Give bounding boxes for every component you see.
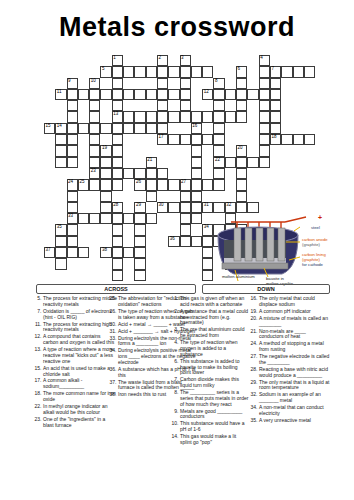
grid-cell[interactable]: [281, 66, 292, 77]
grid-cell[interactable]: [259, 111, 270, 122]
grid-cell[interactable]: [180, 134, 191, 145]
molten-aluminium-layer: [224, 258, 286, 263]
grid-cell[interactable]: [293, 66, 304, 77]
clue-item: 22.In methyl orange indicator an alkali …: [33, 404, 117, 416]
grid-cell[interactable]: [157, 168, 168, 179]
grid-cell[interactable]: [270, 123, 281, 134]
grid-block: [55, 202, 66, 213]
grid-block: [157, 270, 168, 281]
grid-cell[interactable]: [180, 202, 191, 213]
grid-block: [236, 55, 247, 66]
grid-cell[interactable]: 17: [157, 134, 168, 145]
grid-cell[interactable]: [180, 191, 191, 202]
grid-cell[interactable]: [180, 224, 191, 235]
grid-cell[interactable]: [191, 111, 202, 122]
grid-cell[interactable]: [236, 100, 247, 111]
grid-cell[interactable]: [259, 145, 270, 156]
grid-cell[interactable]: [100, 168, 111, 179]
grid-cell[interactable]: 35: [55, 224, 66, 235]
grid-block: [180, 247, 191, 258]
grid-cell[interactable]: 2: [157, 55, 168, 66]
grid-cell[interactable]: [112, 100, 123, 111]
clue-item-text: An acid that is used to make a chloride …: [43, 366, 117, 378]
grid-cell[interactable]: [134, 224, 145, 235]
grid-block: [247, 55, 258, 66]
grid-cell[interactable]: [100, 202, 111, 213]
grid-cell[interactable]: 26: [134, 179, 145, 190]
grid-block: [100, 78, 111, 89]
clue-item-number: 3.: [170, 327, 180, 339]
grid-cell[interactable]: [100, 123, 111, 134]
grid-cell[interactable]: [168, 111, 179, 122]
grid-cell[interactable]: [270, 89, 281, 100]
grid-block: [202, 123, 213, 134]
grid-cell[interactable]: [236, 179, 247, 190]
grid-cell[interactable]: 38: [100, 247, 111, 258]
grid-cell[interactable]: [191, 179, 202, 190]
clue-item-text: Carbon dioxide makes this liquid turn mi…: [180, 377, 249, 389]
grid-cell[interactable]: 10: [89, 78, 100, 89]
grid-block: [247, 66, 258, 77]
grid-cell[interactable]: [112, 179, 123, 190]
grid-cell[interactable]: 11: [55, 89, 66, 100]
grid-cell[interactable]: [112, 78, 123, 89]
grid-cell[interactable]: [112, 134, 123, 145]
grid-cell[interactable]: 29: [134, 202, 145, 213]
grid-cell[interactable]: [55, 134, 66, 145]
clue-item: 3.The ore that aluminium could be extrac…: [170, 327, 249, 339]
grid-cell[interactable]: [157, 123, 168, 134]
grid-cell[interactable]: [191, 134, 202, 145]
grid-block: [100, 100, 111, 111]
grid-cell[interactable]: [259, 134, 270, 145]
grid-cell[interactable]: [168, 179, 179, 190]
grid-cell[interactable]: [89, 213, 100, 224]
grid-cell[interactable]: [236, 191, 247, 202]
grid-block: [293, 191, 304, 202]
grid-clue-number: 9: [68, 79, 71, 84]
grid-cell[interactable]: [293, 134, 304, 145]
grid-cell[interactable]: [67, 100, 78, 111]
grid-cell[interactable]: [78, 213, 89, 224]
grid-block: [89, 202, 100, 213]
grid-cell[interactable]: [191, 66, 202, 77]
grid-block: [157, 157, 168, 168]
grid-block: [270, 168, 281, 179]
grid-cell[interactable]: [168, 134, 179, 145]
clue-item-number: 34.: [108, 348, 118, 365]
anode-label-line2: (graphite): [302, 242, 321, 247]
grid-cell[interactable]: [146, 179, 157, 190]
grid-block: [67, 66, 78, 77]
grid-cell[interactable]: [146, 191, 157, 202]
grid-cell[interactable]: [89, 179, 100, 190]
grid-clue-number: 11: [57, 90, 62, 95]
grid-cell[interactable]: [67, 111, 78, 122]
grid-cell[interactable]: [270, 100, 281, 111]
grid-cell[interactable]: [236, 157, 247, 168]
grid-cell[interactable]: [112, 145, 123, 156]
grid-cell[interactable]: [55, 157, 66, 168]
grid-cell[interactable]: [123, 168, 134, 179]
grid-cell[interactable]: [213, 168, 224, 179]
clue-item-number: 2.: [170, 309, 180, 326]
grid-cell[interactable]: [146, 111, 157, 122]
grid-cell[interactable]: 28: [112, 202, 123, 213]
grid-block: [168, 55, 179, 66]
grid-cell[interactable]: 12: [202, 89, 213, 100]
clue-item-text: A common alkali - sodium_________: [43, 378, 117, 390]
grid-cell[interactable]: [100, 213, 111, 224]
grid-cell[interactable]: [67, 123, 78, 134]
grid-cell[interactable]: [191, 236, 202, 247]
grid-cell[interactable]: [134, 123, 145, 134]
grid-cell[interactable]: [225, 89, 236, 100]
grid-block: [202, 157, 213, 168]
grid-cell[interactable]: 24: [67, 179, 78, 190]
grid-cell[interactable]: 37: [44, 247, 55, 258]
clue-item-text: The process for extracting middle reacti…: [43, 296, 117, 308]
grid-cell[interactable]: [146, 213, 157, 224]
grid-block: [78, 258, 89, 269]
grid-cell[interactable]: [281, 134, 292, 145]
grid-cell[interactable]: 19: [100, 145, 111, 156]
grid-cell[interactable]: [134, 270, 145, 281]
grid-cell[interactable]: [67, 247, 78, 258]
grid-cell[interactable]: [67, 191, 78, 202]
clue-item: 10.This substance would have a pH of 1-6: [170, 421, 249, 433]
grid-cell[interactable]: 18: [270, 134, 281, 145]
grid-cell[interactable]: [112, 123, 123, 134]
grid-cell[interactable]: [123, 66, 134, 77]
grid-cell[interactable]: [123, 213, 134, 224]
clue-item-number: 24.: [249, 341, 259, 353]
grid-block: [44, 213, 55, 224]
grid-block: [146, 202, 157, 213]
grid-cell[interactable]: [157, 111, 168, 122]
grid-block: [78, 145, 89, 156]
grid-cell[interactable]: [134, 66, 145, 77]
grid-block: [44, 89, 55, 100]
grid-cell[interactable]: [304, 134, 315, 145]
grid-cell[interactable]: [78, 123, 89, 134]
grid-cell[interactable]: [202, 111, 213, 122]
grid-cell[interactable]: [112, 258, 123, 269]
grid-block: [146, 134, 157, 145]
grid-cell[interactable]: [55, 236, 66, 247]
grid-clue-number: 38: [102, 248, 107, 253]
grid-cell[interactable]: [213, 145, 224, 156]
grid-cell[interactable]: 5: [100, 66, 111, 77]
grid-block: [67, 55, 78, 66]
grid-cell[interactable]: [112, 247, 123, 258]
grid-cell[interactable]: [180, 111, 191, 122]
grid-cell[interactable]: [259, 157, 270, 168]
grid-clue-number: 19: [102, 146, 107, 151]
grid-cell[interactable]: [180, 213, 191, 224]
grid-block: [44, 191, 55, 202]
clue-item-number: 30.: [108, 322, 118, 328]
grid-block: [247, 168, 258, 179]
grid-cell[interactable]: [134, 258, 145, 269]
grid-cell[interactable]: 13: [112, 111, 123, 122]
grid-block: [78, 202, 89, 213]
grid-cell[interactable]: [112, 213, 123, 224]
grid-cell[interactable]: 16: [191, 123, 202, 134]
grid-cell[interactable]: [123, 111, 134, 122]
grid-cell[interactable]: [55, 247, 66, 258]
grid-block: [225, 179, 236, 190]
grid-block: [78, 55, 89, 66]
grid-cell[interactable]: [78, 89, 89, 100]
grid-cell[interactable]: [202, 179, 213, 190]
grid-cell[interactable]: [146, 123, 157, 134]
grid-cell[interactable]: [259, 66, 270, 77]
grid-cell[interactable]: 20: [236, 145, 247, 156]
clue-item: 12.A compound that contains carbon and o…: [33, 334, 117, 346]
grid-cell[interactable]: [67, 236, 78, 247]
grid-cell[interactable]: [168, 202, 179, 213]
grid-cell[interactable]: 6: [236, 66, 247, 77]
clue-item: 9.Metals are good _________ conductors: [170, 409, 249, 421]
grid-cell[interactable]: [134, 89, 145, 100]
grid-block: [157, 191, 168, 202]
grid-cell[interactable]: [55, 145, 66, 156]
grid-cell[interactable]: [168, 66, 179, 77]
grid-cell[interactable]: [67, 89, 78, 100]
grid-cell[interactable]: [112, 168, 123, 179]
grid-cell[interactable]: [89, 145, 100, 156]
down-clues-column-1: 1.This gas is given off when an acid rea…: [170, 296, 249, 447]
grid-clue-number: 1: [113, 56, 116, 61]
grid-block: [236, 134, 247, 145]
clue-item-text: The more common name for iron oxide: [43, 391, 117, 403]
clue-item-number: 6.: [170, 359, 180, 376]
grid-cell[interactable]: [236, 168, 247, 179]
grid-cell[interactable]: [259, 89, 270, 100]
grid-cell[interactable]: [134, 168, 145, 179]
grid-cell[interactable]: 3: [180, 55, 191, 66]
clue-item: 5.The process for extracting middle reac…: [33, 296, 117, 308]
grid-cell[interactable]: [157, 66, 168, 77]
grid-cell[interactable]: [89, 89, 100, 100]
grid-cell[interactable]: [180, 78, 191, 89]
grid-cell[interactable]: [191, 157, 202, 168]
grid-cell[interactable]: [180, 100, 191, 111]
grid-cell[interactable]: 33: [67, 213, 78, 224]
grid-cell[interactable]: [247, 157, 258, 168]
grid-block: [78, 270, 89, 281]
grid-cell[interactable]: 1: [112, 55, 123, 66]
grid-cell[interactable]: [67, 134, 78, 145]
grid-block: [146, 55, 157, 66]
grid-cell[interactable]: [259, 100, 270, 111]
clue-item-number: 17.: [33, 378, 43, 390]
grid-cell[interactable]: [112, 157, 123, 168]
grid-block: [100, 55, 111, 66]
grid-block: [281, 123, 292, 134]
grid-block: [293, 168, 304, 179]
grid-cell[interactable]: [191, 168, 202, 179]
grid-clue-number: 24: [68, 180, 73, 185]
grid-cell[interactable]: [89, 111, 100, 122]
grid-cell[interactable]: [100, 157, 111, 168]
grid-block: [225, 145, 236, 156]
grid-cell[interactable]: [134, 213, 145, 224]
grid-cell[interactable]: [100, 89, 111, 100]
grid-block: [157, 224, 168, 235]
grid-block: [134, 157, 145, 168]
grid-cell[interactable]: [213, 179, 224, 190]
plus-terminal-label: +: [318, 214, 322, 221]
grid-block: [89, 55, 100, 66]
grid-block: [191, 270, 202, 281]
grid-cell[interactable]: [89, 157, 100, 168]
grid-cell[interactable]: [259, 123, 270, 134]
grid-cell[interactable]: 15: [44, 123, 55, 134]
grid-cell[interactable]: [89, 134, 100, 145]
grid-cell[interactable]: [112, 66, 123, 77]
grid-cell[interactable]: [146, 168, 157, 179]
grid-cell[interactable]: [100, 191, 111, 202]
grid-cell[interactable]: [191, 145, 202, 156]
grid-cell[interactable]: 22: [213, 157, 224, 168]
grid-block: [168, 247, 179, 258]
clue-item-text: The _________ series is a series that pu…: [180, 390, 249, 407]
grid-cell[interactable]: [112, 236, 123, 247]
grid-cell[interactable]: [112, 89, 123, 100]
grid-cell[interactable]: [67, 224, 78, 235]
grid-cell[interactable]: [55, 258, 66, 269]
grid-block: [168, 224, 179, 235]
clue-item-number: 29.: [249, 380, 259, 392]
clue-item: 13.A type of reaction where a more react…: [33, 347, 117, 364]
grid-cell[interactable]: 21: [146, 157, 157, 168]
grid-cell[interactable]: [213, 123, 224, 134]
grid-cell[interactable]: [112, 270, 123, 281]
grid-cell[interactable]: [123, 89, 134, 100]
grid-cell[interactable]: 23: [89, 168, 100, 179]
grid-cell[interactable]: [67, 202, 78, 213]
grid-cell[interactable]: [191, 213, 202, 224]
grid-block: [270, 179, 281, 190]
clue-item-number: 26.: [108, 309, 118, 321]
grid-cell[interactable]: [157, 78, 168, 89]
grid-cell[interactable]: [180, 89, 191, 100]
grid-cell[interactable]: [123, 123, 134, 134]
grid-cell[interactable]: 9: [67, 78, 78, 89]
grid-block: [146, 236, 157, 247]
grid-cell[interactable]: [157, 179, 168, 190]
clue-item-number: 25.: [108, 296, 118, 308]
grid-cell[interactable]: 7: [270, 66, 281, 77]
grid-cell[interactable]: [259, 78, 270, 89]
grid-cell[interactable]: [89, 123, 100, 134]
grid-cell[interactable]: [213, 134, 224, 145]
clue-item: 24.A method of stopping a metal from rus…: [249, 341, 330, 353]
grid-cell[interactable]: [236, 111, 247, 122]
grid-cell[interactable]: [180, 66, 191, 77]
grid-cell[interactable]: [67, 145, 78, 156]
grid-cell[interactable]: 4: [259, 55, 270, 66]
grid-block: [123, 224, 134, 235]
grid-block: [67, 258, 78, 269]
grid-block: [146, 145, 157, 156]
grid-cell[interactable]: [270, 111, 281, 122]
grid-cell[interactable]: [191, 191, 202, 202]
grid-cell[interactable]: 8: [213, 78, 224, 89]
grid-cell[interactable]: [157, 89, 168, 100]
worksheet-page: Metals crossword 12345679108111213151416…: [0, 0, 354, 500]
grid-block: [293, 89, 304, 100]
grid-cell[interactable]: [89, 100, 100, 111]
grid-cell[interactable]: [270, 78, 281, 89]
grid-cell[interactable]: [180, 236, 191, 247]
grid-cell[interactable]: [134, 236, 145, 247]
grid-block: [44, 157, 55, 168]
grid-block: [281, 89, 292, 100]
grid-block: [191, 78, 202, 89]
grid-cell[interactable]: 36: [168, 236, 179, 247]
clue-item-number: 31.: [108, 329, 118, 335]
grid-cell[interactable]: [213, 100, 224, 111]
grid-cell[interactable]: [202, 66, 213, 77]
grid-cell[interactable]: [213, 111, 224, 122]
grid-block: [202, 168, 213, 179]
grid-cell[interactable]: [134, 247, 145, 258]
clue-item-number: 8.: [170, 390, 180, 407]
clue-item-text: A non-metal that can conduct electricity: [259, 405, 330, 417]
grid-block: [281, 100, 292, 111]
grid-cell[interactable]: 27: [180, 179, 191, 190]
grid-cell[interactable]: [168, 89, 179, 100]
grid-cell[interactable]: [236, 89, 247, 100]
grid-cell[interactable]: [134, 111, 145, 122]
grid-cell[interactable]: [146, 66, 157, 77]
grid-block: [304, 100, 315, 111]
grid-cell[interactable]: [67, 157, 78, 168]
grid-cell[interactable]: [236, 78, 247, 89]
grid-cell[interactable]: [247, 89, 258, 100]
grid-clue-number: 7: [271, 67, 274, 72]
grid-cell[interactable]: [213, 89, 224, 100]
grid-cell[interactable]: [100, 179, 111, 190]
clue-item: 27.The negative electrode is called the …: [249, 354, 330, 366]
grid-block: [304, 191, 315, 202]
grid-cell[interactable]: 14: [55, 123, 66, 134]
grid-cell[interactable]: [78, 247, 89, 258]
grid-cell[interactable]: [112, 224, 123, 235]
grid-block: [134, 100, 145, 111]
grid-block: [202, 78, 213, 89]
grid-cell[interactable]: [146, 89, 157, 100]
grid-cell[interactable]: 25: [78, 179, 89, 190]
grid-cell[interactable]: [123, 247, 134, 258]
grid-cell[interactable]: [225, 157, 236, 168]
grid-cell[interactable]: 30: [157, 202, 168, 213]
clue-item-text: The negative electrode is called the ___…: [259, 354, 330, 366]
grid-cell[interactable]: [157, 100, 168, 111]
grid-cell[interactable]: [202, 134, 213, 145]
grid-cell[interactable]: [191, 202, 202, 213]
grid-block: [168, 145, 179, 156]
grid-cell[interactable]: [225, 111, 236, 122]
grid-clue-number: 14: [57, 124, 62, 129]
page-title: Metals crossword: [0, 12, 354, 43]
clue-item-text: Metals are good _________ conductors: [180, 409, 249, 421]
grid-block: [304, 179, 315, 190]
grid-cell[interactable]: [304, 66, 315, 77]
